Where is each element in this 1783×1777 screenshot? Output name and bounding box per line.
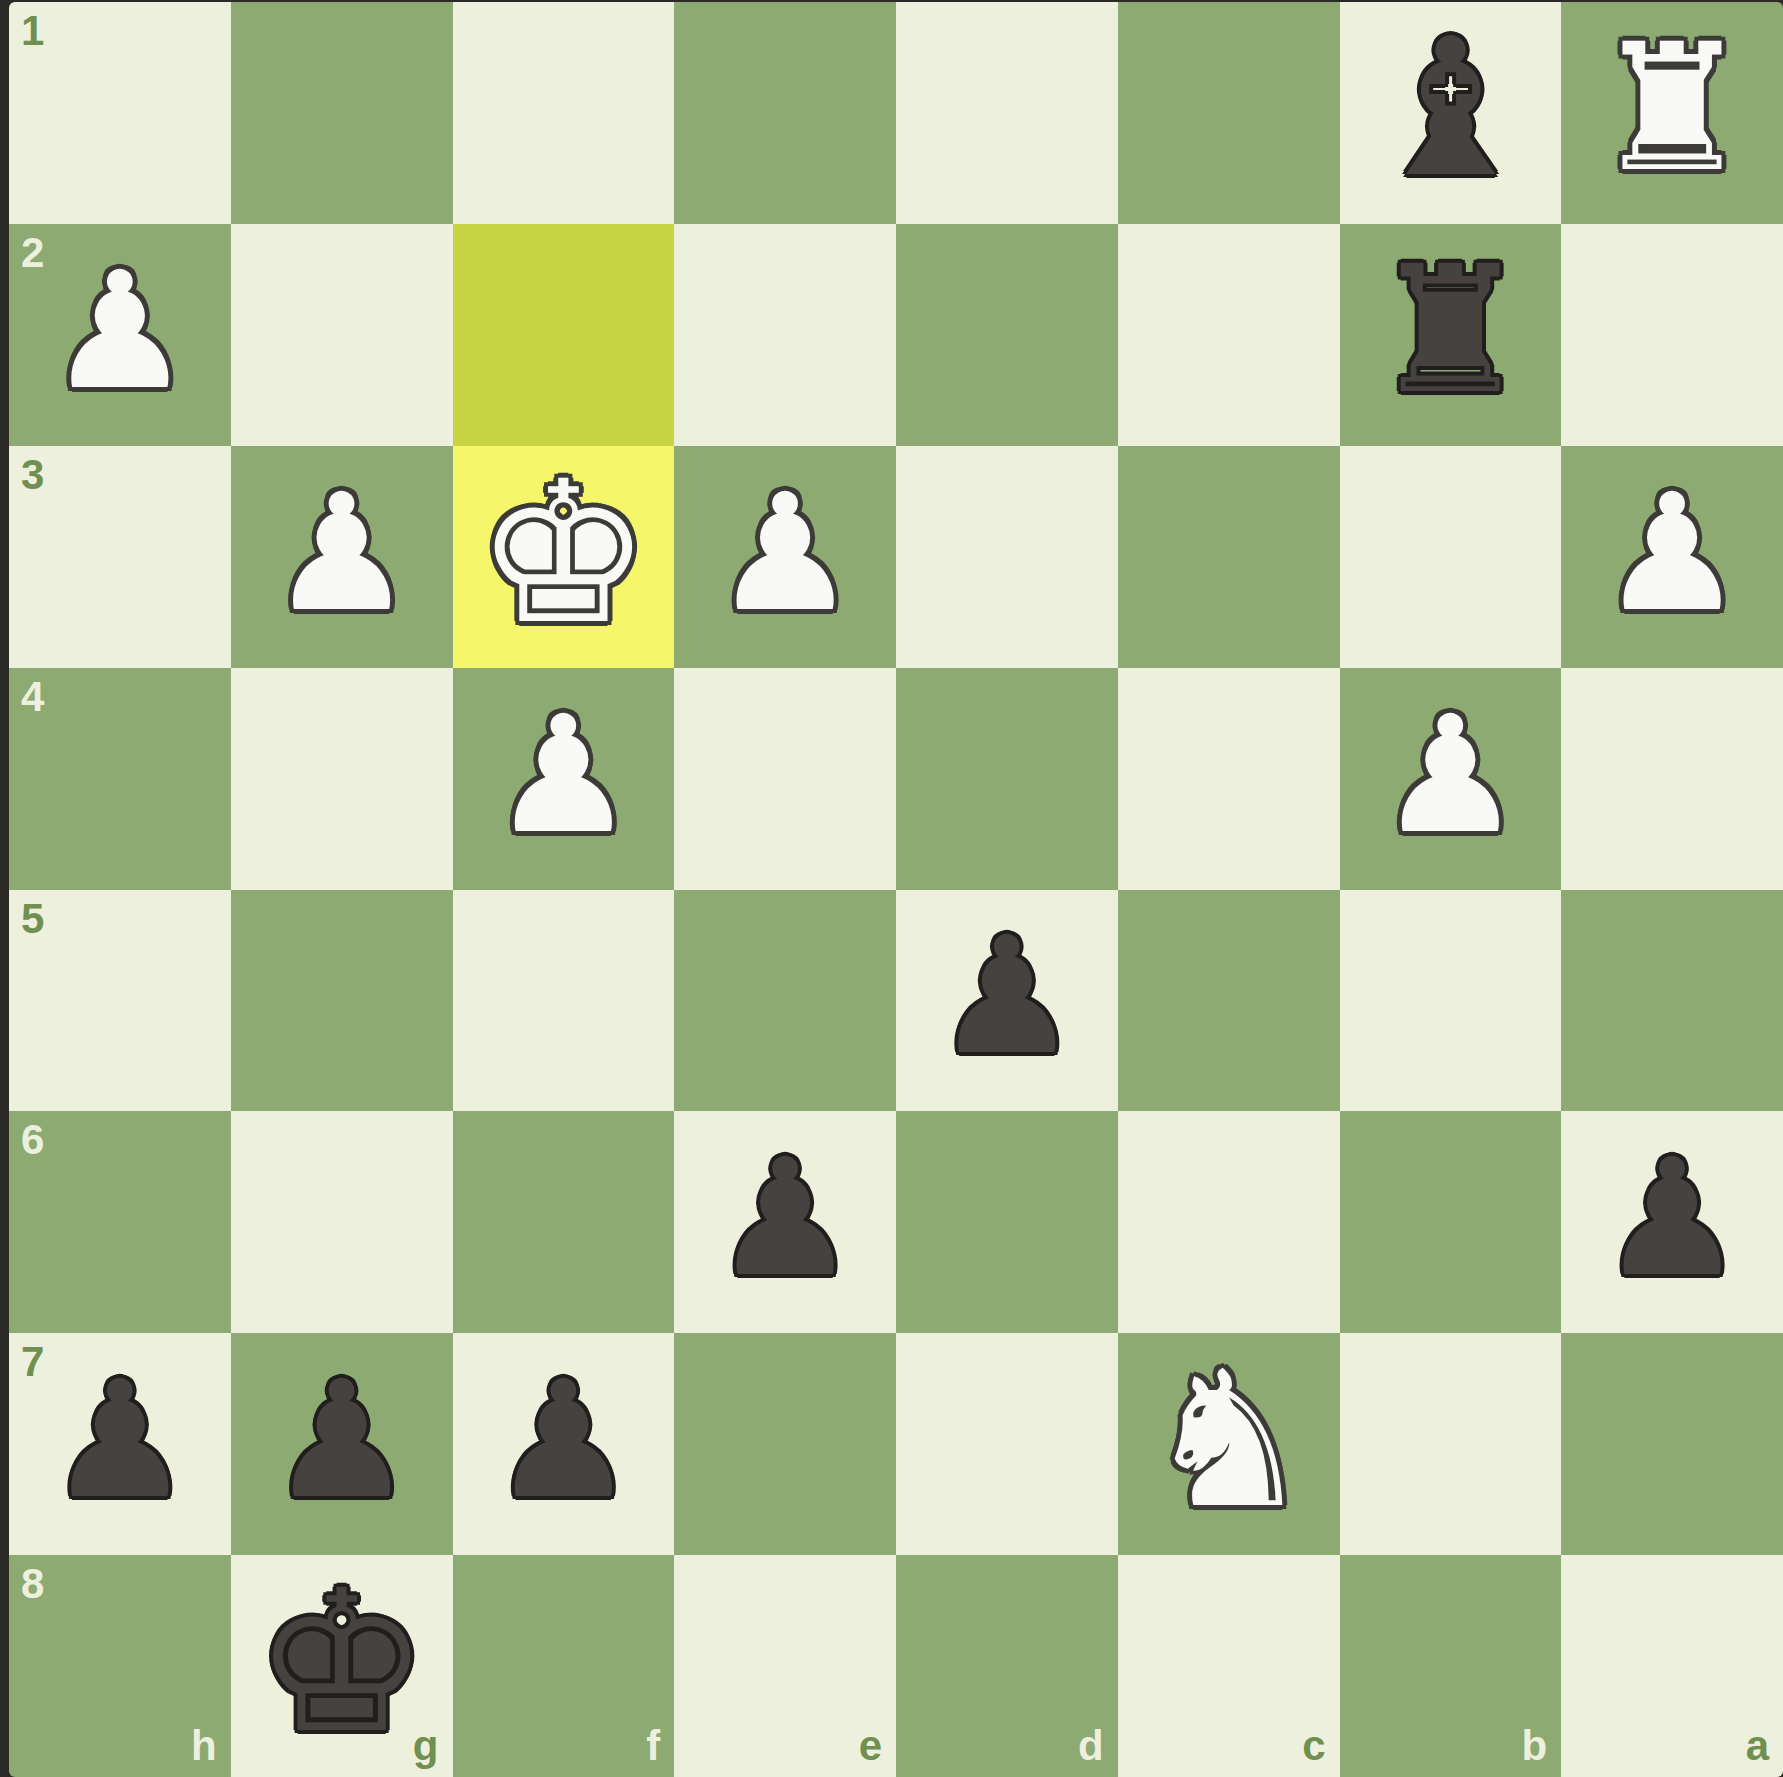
square-g2[interactable] — [231, 224, 453, 446]
square-a4[interactable] — [1561, 668, 1783, 890]
square-g6[interactable] — [231, 1111, 453, 1333]
white-pawn-f4[interactable]: ♟ — [491, 694, 636, 856]
rank-label-1: 1 — [21, 10, 44, 52]
square-h7[interactable]: 7♟ — [9, 1333, 231, 1555]
rank-label-6: 6 — [21, 1119, 44, 1161]
square-g3[interactable]: ♟ — [231, 446, 453, 668]
square-f1[interactable] — [453, 2, 675, 224]
square-a7[interactable] — [1561, 1333, 1783, 1555]
square-c1[interactable] — [1118, 2, 1340, 224]
square-f6[interactable] — [453, 1111, 675, 1333]
square-e8[interactable]: e — [674, 1555, 896, 1777]
white-king-f3[interactable]: ♚ — [476, 455, 652, 651]
chess-board: 1♝♜2♟♜3♟♚♟♟4♟♟5♟6♟♟7♟♟♟♞8hg♚fedcba — [9, 2, 1783, 1777]
black-pawn-d5[interactable]: ♟ — [934, 915, 1079, 1077]
square-d6[interactable] — [896, 1111, 1118, 1333]
square-h2[interactable]: 2♟ — [9, 224, 231, 446]
square-g7[interactable]: ♟ — [231, 1333, 453, 1555]
square-d8[interactable]: d — [896, 1555, 1118, 1777]
file-label-c: c — [1302, 1725, 1325, 1767]
square-g4[interactable] — [231, 668, 453, 890]
square-a3[interactable]: ♟ — [1561, 446, 1783, 668]
square-a6[interactable]: ♟ — [1561, 1111, 1783, 1333]
black-pawn-g7[interactable]: ♟ — [269, 1359, 414, 1521]
square-e6[interactable]: ♟ — [674, 1111, 896, 1333]
file-label-h: h — [191, 1725, 217, 1767]
square-c7[interactable]: ♞ — [1118, 1333, 1340, 1555]
square-a8[interactable]: a — [1561, 1555, 1783, 1777]
square-c4[interactable] — [1118, 668, 1340, 890]
black-bishop-b1[interactable]: ♝ — [1365, 14, 1535, 204]
white-pawn-h2[interactable]: ♟ — [47, 250, 192, 412]
file-label-f: f — [646, 1725, 660, 1767]
black-rook-b2[interactable]: ♜ — [1371, 243, 1529, 419]
square-f8[interactable]: f — [453, 1555, 675, 1777]
file-label-d: d — [1078, 1725, 1104, 1767]
black-pawn-a6[interactable]: ♟ — [1600, 1137, 1745, 1299]
square-d1[interactable] — [896, 2, 1118, 224]
square-g5[interactable] — [231, 890, 453, 1112]
square-f3[interactable]: ♚ — [453, 446, 675, 668]
square-f7[interactable]: ♟ — [453, 1333, 675, 1555]
square-d4[interactable] — [896, 668, 1118, 890]
black-king-g8[interactable]: ♚ — [254, 1564, 430, 1760]
square-e3[interactable]: ♟ — [674, 446, 896, 668]
rank-label-8: 8 — [21, 1563, 44, 1605]
file-label-b: b — [1522, 1725, 1548, 1767]
square-a2[interactable] — [1561, 224, 1783, 446]
square-b4[interactable]: ♟ — [1340, 668, 1562, 890]
rank-label-5: 5 — [21, 898, 44, 940]
square-f5[interactable] — [453, 890, 675, 1112]
square-h8[interactable]: 8h — [9, 1555, 231, 1777]
square-a5[interactable] — [1561, 890, 1783, 1112]
rank-label-3: 3 — [21, 454, 44, 496]
square-f2[interactable] — [453, 224, 675, 446]
square-g8[interactable]: g♚ — [231, 1555, 453, 1777]
white-pawn-a3[interactable]: ♟ — [1600, 472, 1745, 634]
square-d2[interactable] — [896, 224, 1118, 446]
file-label-e: e — [859, 1725, 882, 1767]
square-b2[interactable]: ♜ — [1340, 224, 1562, 446]
white-pawn-e3[interactable]: ♟ — [713, 472, 858, 634]
square-h3[interactable]: 3 — [9, 446, 231, 668]
square-c5[interactable] — [1118, 890, 1340, 1112]
square-e7[interactable] — [674, 1333, 896, 1555]
square-f4[interactable]: ♟ — [453, 668, 675, 890]
square-d3[interactable] — [896, 446, 1118, 668]
square-c3[interactable] — [1118, 446, 1340, 668]
white-pawn-b4[interactable]: ♟ — [1378, 694, 1523, 856]
square-h1[interactable]: 1 — [9, 2, 231, 224]
square-b1[interactable]: ♝ — [1340, 2, 1562, 224]
square-h5[interactable]: 5 — [9, 890, 231, 1112]
rank-label-7: 7 — [21, 1341, 44, 1383]
black-pawn-h7[interactable]: ♟ — [47, 1359, 192, 1521]
square-e5[interactable] — [674, 890, 896, 1112]
square-b3[interactable] — [1340, 446, 1562, 668]
square-c6[interactable] — [1118, 1111, 1340, 1333]
square-h4[interactable]: 4 — [9, 668, 231, 890]
white-pawn-g3[interactable]: ♟ — [269, 472, 414, 634]
square-g1[interactable] — [231, 2, 453, 224]
black-pawn-f7[interactable]: ♟ — [491, 1359, 636, 1521]
square-e4[interactable] — [674, 668, 896, 890]
rank-label-4: 4 — [21, 676, 44, 718]
file-label-a: a — [1746, 1725, 1769, 1767]
square-e2[interactable] — [674, 224, 896, 446]
square-d5[interactable]: ♟ — [896, 890, 1118, 1112]
square-c8[interactable]: c — [1118, 1555, 1340, 1777]
square-b5[interactable] — [1340, 890, 1562, 1112]
square-b7[interactable] — [1340, 1333, 1562, 1555]
white-knight-c7[interactable]: ♞ — [1144, 1346, 1313, 1534]
square-d7[interactable] — [896, 1333, 1118, 1555]
white-rook-a1[interactable]: ♜ — [1593, 21, 1751, 197]
rank-label-2: 2 — [21, 232, 44, 274]
square-b6[interactable] — [1340, 1111, 1562, 1333]
black-pawn-e6[interactable]: ♟ — [713, 1137, 858, 1299]
square-c2[interactable] — [1118, 224, 1340, 446]
square-e1[interactable] — [674, 2, 896, 224]
square-b8[interactable]: b — [1340, 1555, 1562, 1777]
square-a1[interactable]: ♜ — [1561, 2, 1783, 224]
square-h6[interactable]: 6 — [9, 1111, 231, 1333]
